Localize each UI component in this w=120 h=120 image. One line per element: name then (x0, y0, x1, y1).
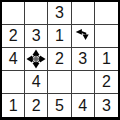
cell-r4c2[interactable]: 4 (25, 71, 48, 94)
cell-value: 1 (9, 98, 18, 114)
cell-r4c1[interactable] (2, 71, 25, 94)
puzzle-board: 3 2 3 1 4 2 3 1 4 2 1 (0, 0, 120, 120)
cell-value: 3 (32, 28, 41, 44)
cell-value: 4 (32, 74, 41, 90)
cell-value: 3 (78, 51, 87, 67)
cell-r1c2[interactable] (25, 2, 48, 25)
cell-r1c1[interactable] (2, 2, 25, 25)
cell-value: 3 (55, 5, 64, 21)
cell-r5c3[interactable]: 5 (48, 94, 71, 117)
cell-r5c2[interactable]: 2 (25, 94, 48, 117)
cell-value: 4 (9, 51, 18, 67)
cell-r1c4[interactable] (72, 2, 95, 25)
cell-r3c4[interactable]: 3 (72, 48, 95, 71)
cell-r5c4[interactable]: 4 (72, 94, 95, 117)
cell-r2c2[interactable]: 3 (25, 25, 48, 48)
cell-value: 3 (102, 98, 111, 114)
cell-r5c5[interactable]: 3 (95, 94, 118, 117)
cell-value: 2 (55, 51, 64, 67)
cell-value: 4 (78, 98, 87, 114)
cell-r1c5[interactable] (95, 2, 118, 25)
scroll-origin-icon (26, 49, 46, 69)
cell-r2c5[interactable] (95, 25, 118, 48)
cell-r4c5[interactable]: 2 (95, 71, 118, 94)
cell-r2c1[interactable]: 2 (2, 25, 25, 48)
cell-value: 2 (32, 98, 41, 114)
cell-value: 5 (55, 98, 64, 114)
cell-r3c5[interactable]: 1 (95, 48, 118, 71)
cell-r2c3[interactable]: 1 (48, 25, 71, 48)
cursor-icon (74, 27, 90, 41)
cell-value: 1 (102, 51, 111, 67)
cell-r3c3[interactable]: 2 (48, 48, 71, 71)
cell-r3c1[interactable]: 4 (2, 48, 25, 71)
cell-r4c4[interactable] (72, 71, 95, 94)
cell-r5c1[interactable]: 1 (2, 94, 25, 117)
cell-r2c4[interactable] (72, 25, 95, 48)
cell-r1c3[interactable]: 3 (48, 2, 71, 25)
cell-r3c2[interactable] (25, 48, 48, 71)
cell-value: 2 (9, 28, 18, 44)
cell-r4c3[interactable] (48, 71, 71, 94)
cell-value: 1 (55, 28, 64, 44)
cell-value: 2 (102, 74, 111, 90)
